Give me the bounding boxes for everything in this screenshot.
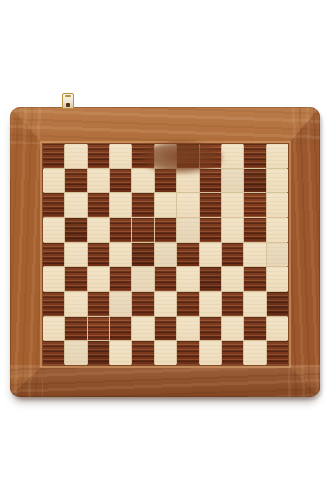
board-square[interactable] xyxy=(200,317,221,341)
board-square[interactable] xyxy=(110,218,131,242)
board-square[interactable] xyxy=(222,341,243,365)
board-square[interactable] xyxy=(244,292,265,316)
board-square[interactable] xyxy=(200,144,221,168)
board-square[interactable] xyxy=(267,144,288,168)
board-square[interactable] xyxy=(132,144,153,168)
board-square[interactable] xyxy=(267,317,288,341)
board-square[interactable] xyxy=(244,144,265,168)
board-square[interactable] xyxy=(110,144,131,168)
board-square[interactable] xyxy=(177,317,198,341)
board-square[interactable] xyxy=(43,193,64,217)
board-square[interactable] xyxy=(88,341,109,365)
board-square[interactable] xyxy=(222,292,243,316)
board-square[interactable] xyxy=(267,243,288,267)
board-square[interactable] xyxy=(222,169,243,193)
board-square[interactable] xyxy=(244,317,265,341)
board-square[interactable] xyxy=(132,292,153,316)
board-square[interactable] xyxy=(65,193,86,217)
board-square[interactable] xyxy=(244,169,265,193)
board-square[interactable] xyxy=(177,144,198,168)
board-photo xyxy=(0,0,333,500)
board-square[interactable] xyxy=(155,341,176,365)
board-square[interactable] xyxy=(110,341,131,365)
board-square[interactable] xyxy=(43,144,64,168)
board-square[interactable] xyxy=(132,341,153,365)
board-square[interactable] xyxy=(88,169,109,193)
board-square[interactable] xyxy=(200,341,221,365)
board-square[interactable] xyxy=(177,193,198,217)
board-square[interactable] xyxy=(244,267,265,291)
board-square[interactable] xyxy=(88,218,109,242)
board-square[interactable] xyxy=(88,193,109,217)
board-square[interactable] xyxy=(244,243,265,267)
board-square[interactable] xyxy=(88,243,109,267)
board-square[interactable] xyxy=(177,243,198,267)
board-square[interactable] xyxy=(222,317,243,341)
board-square[interactable] xyxy=(132,193,153,217)
board-square[interactable] xyxy=(200,169,221,193)
board-square[interactable] xyxy=(200,267,221,291)
board-square[interactable] xyxy=(65,341,86,365)
board-square[interactable] xyxy=(267,193,288,217)
board-square[interactable] xyxy=(132,243,153,267)
board-square[interactable] xyxy=(43,341,64,365)
clasp-hinge-icon xyxy=(62,93,74,109)
board-square[interactable] xyxy=(43,317,64,341)
board-square[interactable] xyxy=(88,267,109,291)
board-square[interactable] xyxy=(43,292,64,316)
board-square[interactable] xyxy=(267,292,288,316)
board-square[interactable] xyxy=(155,243,176,267)
board-square[interactable] xyxy=(177,292,198,316)
board-square[interactable] xyxy=(267,169,288,193)
board-square[interactable] xyxy=(155,218,176,242)
board-square[interactable] xyxy=(110,169,131,193)
board-square[interactable] xyxy=(155,169,176,193)
board-square[interactable] xyxy=(110,243,131,267)
board-square[interactable] xyxy=(244,341,265,365)
board-square[interactable] xyxy=(132,267,153,291)
board-square[interactable] xyxy=(132,169,153,193)
board-square[interactable] xyxy=(244,218,265,242)
board-square[interactable] xyxy=(110,292,131,316)
board-square[interactable] xyxy=(200,218,221,242)
board-square[interactable] xyxy=(155,193,176,217)
wood-grain-overlay-bottom xyxy=(10,365,320,397)
board-square[interactable] xyxy=(177,267,198,291)
board-square[interactable] xyxy=(43,243,64,267)
board-square[interactable] xyxy=(244,193,265,217)
board-square[interactable] xyxy=(200,292,221,316)
board-square[interactable] xyxy=(222,267,243,291)
board-square[interactable] xyxy=(155,317,176,341)
board-square[interactable] xyxy=(267,267,288,291)
board-square[interactable] xyxy=(43,267,64,291)
board-square[interactable] xyxy=(177,218,198,242)
board-square[interactable] xyxy=(132,317,153,341)
board-square[interactable] xyxy=(132,218,153,242)
board-square[interactable] xyxy=(177,341,198,365)
board-square[interactable] xyxy=(65,243,86,267)
board-square[interactable] xyxy=(88,292,109,316)
board-square[interactable] xyxy=(65,144,86,168)
board-square[interactable] xyxy=(222,243,243,267)
board-square[interactable] xyxy=(88,144,109,168)
wood-grain-overlay-top xyxy=(10,107,320,144)
wood-grain-overlay-right xyxy=(288,107,320,397)
board-square[interactable] xyxy=(110,317,131,341)
board-square[interactable] xyxy=(65,292,86,316)
board-square[interactable] xyxy=(155,292,176,316)
board-square[interactable] xyxy=(267,341,288,365)
board-square[interactable] xyxy=(155,267,176,291)
board-square[interactable] xyxy=(43,218,64,242)
board-square[interactable] xyxy=(43,169,64,193)
board-square[interactable] xyxy=(110,267,131,291)
board-square[interactable] xyxy=(222,193,243,217)
board-square[interactable] xyxy=(65,317,86,341)
board-square[interactable] xyxy=(200,193,221,217)
chessboard-frame xyxy=(10,107,320,397)
board-square[interactable] xyxy=(65,218,86,242)
wood-grain-overlay-left xyxy=(10,107,43,397)
board-square[interactable] xyxy=(177,169,198,193)
board-square[interactable] xyxy=(267,218,288,242)
board-square[interactable] xyxy=(222,218,243,242)
board-square[interactable] xyxy=(222,144,243,168)
board-square[interactable] xyxy=(200,243,221,267)
board-square[interactable] xyxy=(155,144,176,168)
board-square[interactable] xyxy=(65,267,86,291)
board-square[interactable] xyxy=(110,193,131,217)
board-square[interactable] xyxy=(88,317,109,341)
chessboard xyxy=(43,144,288,365)
board-square[interactable] xyxy=(65,169,86,193)
